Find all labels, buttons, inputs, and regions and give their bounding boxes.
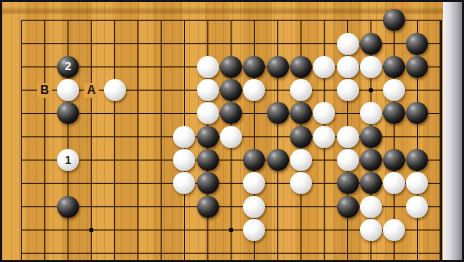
white-stone	[383, 172, 405, 194]
black-stone: 2	[57, 56, 79, 78]
white-stone	[290, 172, 312, 194]
black-stone	[197, 196, 219, 218]
white-stone	[337, 56, 359, 78]
white-stone	[360, 56, 382, 78]
white-stone	[243, 196, 265, 218]
white-stone	[337, 149, 359, 171]
white-stone	[406, 196, 428, 218]
white-stone	[313, 126, 335, 148]
white-stone	[290, 149, 312, 171]
white-stone	[313, 102, 335, 124]
white-stone	[104, 79, 126, 101]
black-stone	[360, 149, 382, 171]
black-stone	[220, 79, 242, 101]
stone-number-label: 1	[65, 155, 71, 166]
white-stone	[313, 56, 335, 78]
white-stone	[173, 149, 195, 171]
white-stone	[173, 172, 195, 194]
white-stone	[197, 102, 219, 124]
black-stone	[220, 56, 242, 78]
black-stone	[290, 102, 312, 124]
point-label-B[interactable]: B	[37, 83, 52, 98]
black-stone	[337, 196, 359, 218]
white-stone	[220, 126, 242, 148]
black-stone	[406, 56, 428, 78]
white-stone	[173, 126, 195, 148]
go-board-window: 21BA	[0, 0, 464, 262]
white-stone	[197, 56, 219, 78]
black-stone	[360, 172, 382, 194]
black-stone	[290, 56, 312, 78]
white-stone	[383, 219, 405, 241]
black-stone	[383, 102, 405, 124]
black-stone	[243, 149, 265, 171]
black-stone	[243, 56, 265, 78]
go-board[interactable]: 21BA	[10, 9, 453, 262]
black-stone	[337, 172, 359, 194]
black-stone	[220, 102, 242, 124]
white-stone	[57, 79, 79, 101]
black-stone	[267, 56, 289, 78]
black-stone	[57, 196, 79, 218]
point-label-A[interactable]: A	[84, 83, 99, 98]
white-stone	[406, 172, 428, 194]
black-stone	[406, 149, 428, 171]
black-stone	[383, 56, 405, 78]
white-stone	[290, 79, 312, 101]
black-stone	[360, 126, 382, 148]
black-stone	[406, 102, 428, 124]
black-stone	[267, 102, 289, 124]
black-stone	[383, 149, 405, 171]
stone-number-label: 2	[65, 61, 71, 72]
white-stone	[337, 126, 359, 148]
white-stone	[360, 102, 382, 124]
black-stone	[360, 33, 382, 55]
white-stone	[360, 196, 382, 218]
white-stone	[383, 79, 405, 101]
white-stone	[197, 79, 219, 101]
black-stone	[290, 126, 312, 148]
white-stone	[243, 79, 265, 101]
white-stone	[243, 219, 265, 241]
black-stone	[197, 172, 219, 194]
black-stone	[267, 149, 289, 171]
black-stone	[197, 149, 219, 171]
black-stone	[406, 33, 428, 55]
black-stone	[57, 102, 79, 124]
white-stone	[243, 172, 265, 194]
black-stone	[383, 9, 405, 31]
white-stone	[337, 79, 359, 101]
white-stone	[360, 219, 382, 241]
white-stone: 1	[57, 149, 79, 171]
white-stone	[337, 33, 359, 55]
black-stone	[197, 126, 219, 148]
